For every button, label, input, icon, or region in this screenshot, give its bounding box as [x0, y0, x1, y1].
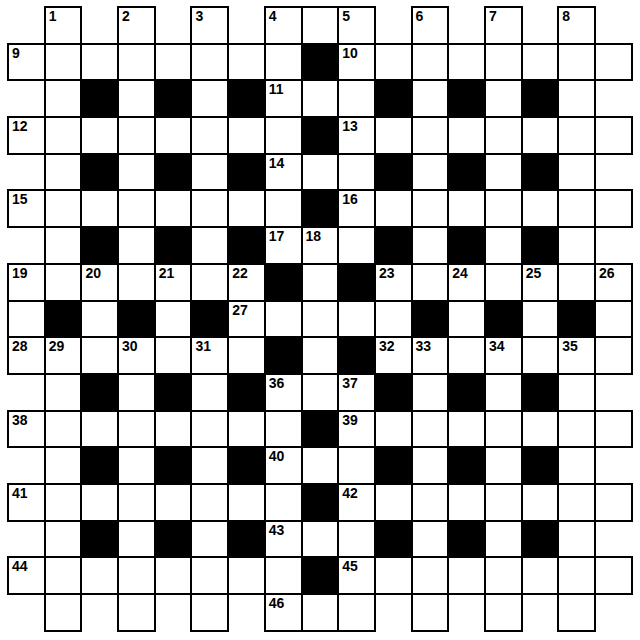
white-cell-r10c7[interactable]: 36	[265, 374, 302, 411]
white-cell-r9c12[interactable]	[448, 337, 485, 374]
white-cell-r15c4[interactable]	[155, 557, 192, 594]
white-cell-r11c7[interactable]	[265, 411, 302, 448]
empty-space	[8, 80, 45, 117]
white-cell-r14c13[interactable]	[485, 521, 522, 558]
white-cell-r16c8[interactable]	[302, 594, 339, 631]
white-cell-r11c11[interactable]	[412, 411, 449, 448]
clue-number-25: 25	[526, 266, 542, 281]
white-cell-r5c14[interactable]	[522, 190, 559, 227]
white-cell-r7c0[interactable]: 19	[8, 264, 45, 301]
white-cell-r10c9[interactable]: 37	[338, 374, 375, 411]
white-cell-r16c11[interactable]	[412, 594, 449, 631]
white-cell-r13c7[interactable]	[265, 484, 302, 521]
empty-space	[375, 7, 412, 44]
white-cell-r7c6[interactable]: 22	[228, 264, 265, 301]
white-cell-r13c0[interactable]: 41	[8, 484, 45, 521]
white-cell-r15c6[interactable]	[228, 557, 265, 594]
white-cell-r10c8[interactable]	[302, 374, 339, 411]
white-cell-r1c11[interactable]	[412, 44, 449, 81]
white-cell-r0c13[interactable]: 7	[485, 7, 522, 44]
empty-space	[595, 154, 632, 191]
white-cell-r1c9[interactable]: 10	[338, 44, 375, 81]
white-cell-r14c11[interactable]	[412, 521, 449, 558]
clue-number-42: 42	[342, 486, 358, 501]
white-cell-r9c15[interactable]: 35	[558, 337, 595, 374]
white-cell-r4c15[interactable]	[558, 154, 595, 191]
white-cell-r14c9[interactable]	[338, 521, 375, 558]
white-cell-r1c6[interactable]	[228, 44, 265, 81]
white-cell-r2c5[interactable]	[191, 80, 228, 117]
white-cell-r11c3[interactable]	[118, 411, 155, 448]
empty-space	[448, 594, 485, 631]
white-cell-r16c1[interactable]	[45, 594, 82, 631]
white-cell-r9c14[interactable]	[522, 337, 559, 374]
white-cell-r1c16[interactable]	[595, 44, 632, 81]
white-cell-r1c4[interactable]	[155, 44, 192, 81]
clue-number-40: 40	[269, 449, 285, 464]
black-cell-r4c6	[228, 154, 265, 191]
white-cell-r15c7[interactable]	[265, 557, 302, 594]
empty-space	[595, 80, 632, 117]
black-cell-r2c12	[448, 80, 485, 117]
empty-space	[155, 594, 192, 631]
clue-number-21: 21	[159, 266, 175, 281]
white-cell-r7c10[interactable]: 23	[375, 264, 412, 301]
white-cell-r3c3[interactable]	[118, 117, 155, 154]
white-cell-r5c9[interactable]: 16	[338, 190, 375, 227]
white-cell-r9c8[interactable]	[302, 337, 339, 374]
clue-number-29: 29	[49, 339, 65, 354]
white-cell-r13c10[interactable]	[375, 484, 412, 521]
white-cell-r13c4[interactable]	[155, 484, 192, 521]
white-cell-r6c8[interactable]: 18	[302, 227, 339, 264]
white-cell-r3c16[interactable]	[595, 117, 632, 154]
black-cell-r4c4	[155, 154, 192, 191]
white-cell-r5c3[interactable]	[118, 190, 155, 227]
white-cell-r5c15[interactable]	[558, 190, 595, 227]
clue-number-12: 12	[12, 119, 28, 134]
white-cell-r4c13[interactable]	[485, 154, 522, 191]
white-cell-r11c2[interactable]	[81, 411, 118, 448]
black-cell-r12c10	[375, 447, 412, 484]
white-cell-r11c15[interactable]	[558, 411, 595, 448]
white-cell-r7c3[interactable]	[118, 264, 155, 301]
white-cell-r1c12[interactable]	[448, 44, 485, 81]
white-cell-r3c6[interactable]	[228, 117, 265, 154]
white-cell-r11c4[interactable]	[155, 411, 192, 448]
white-cell-r9c16[interactable]	[595, 337, 632, 374]
white-cell-r6c15[interactable]	[558, 227, 595, 264]
white-cell-r7c16[interactable]: 26	[595, 264, 632, 301]
white-cell-r2c13[interactable]	[485, 80, 522, 117]
white-cell-r3c15[interactable]	[558, 117, 595, 154]
clue-number-1: 1	[49, 9, 57, 24]
white-cell-r12c3[interactable]	[118, 447, 155, 484]
black-cell-r2c14	[522, 80, 559, 117]
black-cell-r14c14	[522, 521, 559, 558]
white-cell-r5c11[interactable]	[412, 190, 449, 227]
white-cell-r5c12[interactable]	[448, 190, 485, 227]
clue-number-35: 35	[562, 339, 578, 354]
white-cell-r3c5[interactable]	[191, 117, 228, 154]
white-cell-r6c3[interactable]	[118, 227, 155, 264]
white-cell-r5c0[interactable]: 15	[8, 190, 45, 227]
white-cell-r6c11[interactable]	[412, 227, 449, 264]
black-cell-r12c14	[522, 447, 559, 484]
white-cell-r1c7[interactable]	[265, 44, 302, 81]
white-cell-r11c1[interactable]	[45, 411, 82, 448]
white-cell-r15c14[interactable]	[522, 557, 559, 594]
white-cell-r16c15[interactable]	[558, 594, 595, 631]
black-cell-r6c2	[81, 227, 118, 264]
white-cell-r9c0[interactable]: 28	[8, 337, 45, 374]
white-cell-r9c5[interactable]: 31	[191, 337, 228, 374]
white-cell-r11c9[interactable]: 39	[338, 411, 375, 448]
white-cell-r8c0[interactable]	[8, 301, 45, 338]
white-cell-r13c15[interactable]	[558, 484, 595, 521]
black-cell-r6c12	[448, 227, 485, 264]
white-cell-r1c3[interactable]	[118, 44, 155, 81]
white-cell-r14c1[interactable]	[45, 521, 82, 558]
black-cell-r4c14	[522, 154, 559, 191]
white-cell-r14c5[interactable]	[191, 521, 228, 558]
white-cell-r15c9[interactable]: 45	[338, 557, 375, 594]
white-cell-r8c14[interactable]	[522, 301, 559, 338]
clue-number-28: 28	[12, 339, 28, 354]
white-cell-r11c10[interactable]	[375, 411, 412, 448]
white-cell-r1c2[interactable]	[81, 44, 118, 81]
white-cell-r1c1[interactable]	[45, 44, 82, 81]
white-cell-r15c5[interactable]	[191, 557, 228, 594]
white-cell-r8c10[interactable]	[375, 301, 412, 338]
white-cell-r13c13[interactable]	[485, 484, 522, 521]
white-cell-r6c7[interactable]: 17	[265, 227, 302, 264]
white-cell-r14c7[interactable]: 43	[265, 521, 302, 558]
white-cell-r6c13[interactable]	[485, 227, 522, 264]
black-cell-r6c6	[228, 227, 265, 264]
white-cell-r13c2[interactable]	[81, 484, 118, 521]
white-cell-r16c13[interactable]	[485, 594, 522, 631]
white-cell-r16c7[interactable]: 46	[265, 594, 302, 631]
white-cell-r7c12[interactable]: 24	[448, 264, 485, 301]
empty-space	[81, 7, 118, 44]
black-cell-r7c9	[338, 264, 375, 301]
white-cell-r11c12[interactable]	[448, 411, 485, 448]
black-cell-r8c3	[118, 301, 155, 338]
clue-number-7: 7	[489, 9, 497, 24]
white-cell-r0c5[interactable]: 3	[191, 7, 228, 44]
white-cell-r8c9[interactable]	[338, 301, 375, 338]
empty-space	[8, 594, 45, 631]
clue-number-41: 41	[12, 486, 28, 501]
white-cell-r0c11[interactable]: 6	[412, 7, 449, 44]
empty-space	[595, 7, 632, 44]
white-cell-r5c13[interactable]	[485, 190, 522, 227]
black-cell-r1c8	[302, 44, 339, 81]
black-cell-r10c4	[155, 374, 192, 411]
white-cell-r15c2[interactable]	[81, 557, 118, 594]
clue-number-4: 4	[269, 9, 277, 24]
white-cell-r8c2[interactable]	[81, 301, 118, 338]
black-cell-r14c6	[228, 521, 265, 558]
white-cell-r12c9[interactable]	[338, 447, 375, 484]
black-cell-r14c12	[448, 521, 485, 558]
white-cell-r16c3[interactable]	[118, 594, 155, 631]
empty-space	[595, 374, 632, 411]
white-cell-r13c6[interactable]	[228, 484, 265, 521]
white-cell-r14c3[interactable]	[118, 521, 155, 558]
white-cell-r13c16[interactable]	[595, 484, 632, 521]
white-cell-r5c10[interactable]	[375, 190, 412, 227]
white-cell-r9c10[interactable]: 32	[375, 337, 412, 374]
white-cell-r3c7[interactable]	[265, 117, 302, 154]
clue-number-23: 23	[379, 266, 395, 281]
white-cell-r6c1[interactable]	[45, 227, 82, 264]
crossword-grid: 1234567891011121314151617181920212223242…	[8, 7, 632, 631]
white-cell-r8c8[interactable]	[302, 301, 339, 338]
white-cell-r10c11[interactable]	[412, 374, 449, 411]
white-cell-r1c10[interactable]	[375, 44, 412, 81]
white-cell-r13c3[interactable]	[118, 484, 155, 521]
white-cell-r0c3[interactable]: 2	[118, 7, 155, 44]
white-cell-r9c1[interactable]: 29	[45, 337, 82, 374]
black-cell-r2c4	[155, 80, 192, 117]
white-cell-r3c0[interactable]: 12	[8, 117, 45, 154]
white-cell-r4c7[interactable]: 14	[265, 154, 302, 191]
white-cell-r13c12[interactable]	[448, 484, 485, 521]
white-cell-r7c5[interactable]	[191, 264, 228, 301]
white-cell-r4c8[interactable]	[302, 154, 339, 191]
white-cell-r1c5[interactable]	[191, 44, 228, 81]
white-cell-r13c14[interactable]	[522, 484, 559, 521]
white-cell-r8c12[interactable]	[448, 301, 485, 338]
white-cell-r12c13[interactable]	[485, 447, 522, 484]
clue-number-18: 18	[306, 229, 322, 244]
black-cell-r4c12	[448, 154, 485, 191]
white-cell-r3c14[interactable]	[522, 117, 559, 154]
black-cell-r14c4	[155, 521, 192, 558]
white-cell-r15c12[interactable]	[448, 557, 485, 594]
white-cell-r0c7[interactable]: 4	[265, 7, 302, 44]
white-cell-r12c5[interactable]	[191, 447, 228, 484]
white-cell-r10c15[interactable]	[558, 374, 595, 411]
white-cell-r3c11[interactable]	[412, 117, 449, 154]
black-cell-r8c5	[191, 301, 228, 338]
white-cell-r15c15[interactable]	[558, 557, 595, 594]
white-cell-r4c1[interactable]	[45, 154, 82, 191]
white-cell-r6c5[interactable]	[191, 227, 228, 264]
white-cell-r12c7[interactable]: 40	[265, 447, 302, 484]
white-cell-r15c0[interactable]: 44	[8, 557, 45, 594]
white-cell-r4c11[interactable]	[412, 154, 449, 191]
black-cell-r14c10	[375, 521, 412, 558]
white-cell-r3c2[interactable]	[81, 117, 118, 154]
white-cell-r1c13[interactable]	[485, 44, 522, 81]
clue-number-39: 39	[342, 413, 358, 428]
clue-number-2: 2	[122, 9, 130, 24]
black-cell-r12c2	[81, 447, 118, 484]
white-cell-r13c5[interactable]	[191, 484, 228, 521]
white-cell-r7c8[interactable]	[302, 264, 339, 301]
clue-number-6: 6	[416, 9, 424, 24]
white-cell-r5c4[interactable]	[155, 190, 192, 227]
clue-number-3: 3	[195, 9, 203, 24]
white-cell-r16c5[interactable]	[191, 594, 228, 631]
clue-number-45: 45	[342, 559, 358, 574]
white-cell-r2c15[interactable]	[558, 80, 595, 117]
white-cell-r0c8[interactable]	[302, 7, 339, 44]
white-cell-r6c9[interactable]	[338, 227, 375, 264]
white-cell-r7c4[interactable]: 21	[155, 264, 192, 301]
white-cell-r9c6[interactable]	[228, 337, 265, 374]
white-cell-r15c16[interactable]	[595, 557, 632, 594]
black-cell-r10c14	[522, 374, 559, 411]
white-cell-r1c15[interactable]	[558, 44, 595, 81]
white-cell-r11c16[interactable]	[595, 411, 632, 448]
white-cell-r3c4[interactable]	[155, 117, 192, 154]
white-cell-r4c9[interactable]	[338, 154, 375, 191]
white-cell-r13c11[interactable]	[412, 484, 449, 521]
white-cell-r2c9[interactable]	[338, 80, 375, 117]
white-cell-r8c6[interactable]: 27	[228, 301, 265, 338]
white-cell-r1c0[interactable]: 9	[8, 44, 45, 81]
black-cell-r9c7	[265, 337, 302, 374]
white-cell-r5c2[interactable]	[81, 190, 118, 227]
white-cell-r12c15[interactable]	[558, 447, 595, 484]
white-cell-r14c8[interactable]	[302, 521, 339, 558]
black-cell-r6c14	[522, 227, 559, 264]
black-cell-r6c4	[155, 227, 192, 264]
white-cell-r15c3[interactable]	[118, 557, 155, 594]
white-cell-r14c15[interactable]	[558, 521, 595, 558]
white-cell-r16c9[interactable]	[338, 594, 375, 631]
white-cell-r15c13[interactable]	[485, 557, 522, 594]
white-cell-r13c9[interactable]: 42	[338, 484, 375, 521]
white-cell-r11c0[interactable]: 38	[8, 411, 45, 448]
white-cell-r10c1[interactable]	[45, 374, 82, 411]
clue-number-15: 15	[12, 192, 28, 207]
clue-number-36: 36	[269, 376, 285, 391]
white-cell-r2c11[interactable]	[412, 80, 449, 117]
white-cell-r12c1[interactable]	[45, 447, 82, 484]
white-cell-r9c3[interactable]: 30	[118, 337, 155, 374]
white-cell-r11c5[interactable]	[191, 411, 228, 448]
white-cell-r11c6[interactable]	[228, 411, 265, 448]
white-cell-r11c14[interactable]	[522, 411, 559, 448]
clue-number-20: 20	[85, 266, 101, 281]
clue-number-19: 19	[12, 266, 28, 281]
white-cell-r10c3[interactable]	[118, 374, 155, 411]
black-cell-r10c2	[81, 374, 118, 411]
clue-number-11: 11	[269, 82, 284, 97]
clue-number-32: 32	[379, 339, 395, 354]
clue-number-37: 37	[342, 376, 358, 391]
white-cell-r0c9[interactable]: 5	[338, 7, 375, 44]
white-cell-r2c3[interactable]	[118, 80, 155, 117]
white-cell-r5c6[interactable]	[228, 190, 265, 227]
white-cell-r7c1[interactable]	[45, 264, 82, 301]
empty-space	[522, 594, 559, 631]
white-cell-r15c1[interactable]	[45, 557, 82, 594]
white-cell-r5c1[interactable]	[45, 190, 82, 227]
black-cell-r9c9	[338, 337, 375, 374]
black-cell-r12c4	[155, 447, 192, 484]
white-cell-r4c5[interactable]	[191, 154, 228, 191]
black-cell-r11c8	[302, 411, 339, 448]
clue-number-22: 22	[232, 266, 248, 281]
white-cell-r0c1[interactable]: 1	[45, 7, 82, 44]
white-cell-r12c11[interactable]	[412, 447, 449, 484]
white-cell-r4c3[interactable]	[118, 154, 155, 191]
black-cell-r7c7	[265, 264, 302, 301]
white-cell-r2c7[interactable]: 11	[265, 80, 302, 117]
white-cell-r7c15[interactable]	[558, 264, 595, 301]
black-cell-r13c8	[302, 484, 339, 521]
white-cell-r8c4[interactable]	[155, 301, 192, 338]
white-cell-r2c1[interactable]	[45, 80, 82, 117]
white-cell-r5c7[interactable]	[265, 190, 302, 227]
crossword-page: 1234567891011121314151617181920212223242…	[0, 0, 640, 640]
white-cell-r7c2[interactable]: 20	[81, 264, 118, 301]
white-cell-r12c8[interactable]	[302, 447, 339, 484]
white-cell-r3c1[interactable]	[45, 117, 82, 154]
white-cell-r9c13[interactable]: 34	[485, 337, 522, 374]
white-cell-r15c10[interactable]	[375, 557, 412, 594]
empty-space	[8, 447, 45, 484]
white-cell-r8c16[interactable]	[595, 301, 632, 338]
white-cell-r15c11[interactable]	[412, 557, 449, 594]
white-cell-r2c8[interactable]	[302, 80, 339, 117]
empty-space	[595, 227, 632, 264]
empty-space	[228, 7, 265, 44]
white-cell-r3c13[interactable]	[485, 117, 522, 154]
white-cell-r7c13[interactable]	[485, 264, 522, 301]
black-cell-r2c2	[81, 80, 118, 117]
clue-number-43: 43	[269, 523, 285, 538]
clue-number-34: 34	[489, 339, 505, 354]
white-cell-r10c5[interactable]	[191, 374, 228, 411]
black-cell-r3c8	[302, 117, 339, 154]
white-cell-r9c2[interactable]	[81, 337, 118, 374]
black-cell-r2c10	[375, 80, 412, 117]
empty-space	[448, 7, 485, 44]
white-cell-r1c14[interactable]	[522, 44, 559, 81]
white-cell-r11c13[interactable]	[485, 411, 522, 448]
white-cell-r0c15[interactable]: 8	[558, 7, 595, 44]
white-cell-r5c5[interactable]	[191, 190, 228, 227]
clue-number-27: 27	[232, 303, 248, 318]
empty-space	[228, 594, 265, 631]
black-cell-r8c1	[45, 301, 82, 338]
white-cell-r3c9[interactable]: 13	[338, 117, 375, 154]
white-cell-r8c7[interactable]	[265, 301, 302, 338]
black-cell-r12c6	[228, 447, 265, 484]
white-cell-r9c4[interactable]	[155, 337, 192, 374]
white-cell-r7c14[interactable]: 25	[522, 264, 559, 301]
white-cell-r10c13[interactable]	[485, 374, 522, 411]
white-cell-r5c16[interactable]	[595, 190, 632, 227]
white-cell-r9c11[interactable]: 33	[412, 337, 449, 374]
black-cell-r8c11	[412, 301, 449, 338]
white-cell-r3c10[interactable]	[375, 117, 412, 154]
black-cell-r5c8	[302, 190, 339, 227]
empty-space	[8, 374, 45, 411]
white-cell-r7c11[interactable]	[412, 264, 449, 301]
white-cell-r3c12[interactable]	[448, 117, 485, 154]
black-cell-r10c12	[448, 374, 485, 411]
white-cell-r13c1[interactable]	[45, 484, 82, 521]
empty-space	[522, 7, 559, 44]
